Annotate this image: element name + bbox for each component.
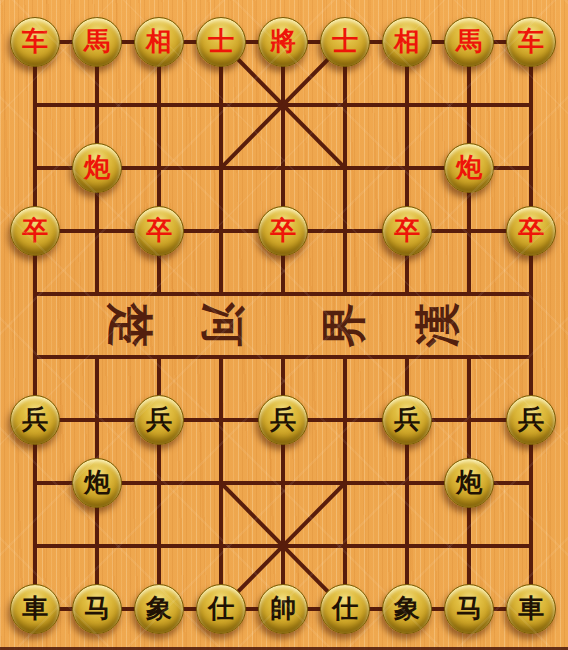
board-point: 車 [500, 578, 562, 641]
board-point: 炮 [66, 452, 128, 515]
piece-character: 马 [456, 595, 482, 621]
xiangqi-piece-black-兵[interactable]: 兵 [382, 395, 432, 445]
board-point: 車 [4, 578, 66, 641]
board-point: 卒 [4, 200, 66, 263]
piece-character: 车 [518, 28, 544, 54]
xiangqi-piece-black-兵[interactable]: 兵 [10, 395, 60, 445]
xiangqi-piece-black-車[interactable]: 車 [506, 584, 556, 634]
xiangqi-piece-red-炮[interactable]: 炮 [72, 143, 122, 193]
board-point: 相 [376, 11, 438, 74]
board-point: 兵 [4, 389, 66, 452]
xiangqi-piece-red-卒[interactable]: 卒 [506, 206, 556, 256]
board-point: 兵 [500, 389, 562, 452]
piece-character: 仕 [332, 595, 358, 621]
piece-character: 卒 [22, 217, 48, 243]
board-point: 將 [252, 11, 314, 74]
board-point: 馬 [438, 11, 500, 74]
xiangqi-piece-red-馬[interactable]: 馬 [444, 17, 494, 67]
xiangqi-piece-black-兵[interactable]: 兵 [134, 395, 184, 445]
xiangqi-piece-black-兵[interactable]: 兵 [258, 395, 308, 445]
xiangqi-piece-black-車[interactable]: 車 [10, 584, 60, 634]
board-point: 卒 [252, 200, 314, 263]
xiangqi-piece-red-车[interactable]: 车 [10, 17, 60, 67]
board-point: 馬 [66, 11, 128, 74]
board-point: 车 [500, 11, 562, 74]
xiangqi-piece-red-卒[interactable]: 卒 [258, 206, 308, 256]
board-point: 马 [438, 578, 500, 641]
xiangqi-piece-red-士[interactable]: 士 [196, 17, 246, 67]
xiangqi-piece-black-炮[interactable]: 炮 [444, 458, 494, 508]
piece-character: 炮 [456, 154, 482, 180]
board-point: 卒 [376, 200, 438, 263]
xiangqi-piece-red-相[interactable]: 相 [382, 17, 432, 67]
piece-character: 卒 [146, 217, 172, 243]
piece-character: 车 [22, 28, 48, 54]
board-point: 车 [4, 11, 66, 74]
board-point: 象 [376, 578, 438, 641]
xiangqi-piece-red-馬[interactable]: 馬 [72, 17, 122, 67]
board-point: 帥 [252, 578, 314, 641]
piece-character: 車 [518, 595, 544, 621]
piece-character: 卒 [518, 217, 544, 243]
xiangqi-piece-black-马[interactable]: 马 [72, 584, 122, 634]
piece-character: 帥 [270, 595, 296, 621]
xiangqi-piece-black-兵[interactable]: 兵 [506, 395, 556, 445]
piece-character: 象 [146, 595, 172, 621]
board-point: 士 [314, 11, 376, 74]
xiangqi-piece-red-车[interactable]: 车 [506, 17, 556, 67]
board-point: 士 [190, 11, 252, 74]
board-point: 兵 [252, 389, 314, 452]
board-point: 炮 [66, 137, 128, 200]
board-point: 象 [128, 578, 190, 641]
board-point: 兵 [128, 389, 190, 452]
xiangqi-piece-red-相[interactable]: 相 [134, 17, 184, 67]
xiangqi-piece-black-帥[interactable]: 帥 [258, 584, 308, 634]
xiangqi-piece-black-仕[interactable]: 仕 [196, 584, 246, 634]
piece-character: 炮 [84, 154, 110, 180]
xiangqi-piece-red-卒[interactable]: 卒 [134, 206, 184, 256]
piece-character: 象 [394, 595, 420, 621]
board-point: 仕 [314, 578, 376, 641]
piece-character: 卒 [270, 217, 296, 243]
piece-character: 相 [394, 28, 420, 54]
piece-character: 兵 [270, 406, 296, 432]
board-point: 仕 [190, 578, 252, 641]
piece-character: 兵 [518, 406, 544, 432]
piece-character: 士 [208, 28, 234, 54]
xiangqi-piece-red-卒[interactable]: 卒 [382, 206, 432, 256]
piece-character: 將 [270, 28, 296, 54]
piece-character: 兵 [394, 406, 420, 432]
xiangqi-piece-red-士[interactable]: 士 [320, 17, 370, 67]
piece-character: 車 [22, 595, 48, 621]
piece-character: 兵 [146, 406, 172, 432]
xiangqi-piece-black-象[interactable]: 象 [382, 584, 432, 634]
piece-character: 炮 [84, 469, 110, 495]
xiangqi-piece-red-卒[interactable]: 卒 [10, 206, 60, 256]
pieces-layer: 车馬相士將士相馬车炮炮卒卒卒卒卒兵兵兵兵兵炮炮車马象仕帥仕象马車 [4, 11, 562, 641]
board-point: 炮 [438, 452, 500, 515]
xiangqi-piece-black-象[interactable]: 象 [134, 584, 184, 634]
piece-character: 马 [84, 595, 110, 621]
piece-character: 士 [332, 28, 358, 54]
piece-character: 兵 [22, 406, 48, 432]
xiangqi-piece-red-將[interactable]: 將 [258, 17, 308, 67]
board-point: 相 [128, 11, 190, 74]
xiangqi-piece-black-仕[interactable]: 仕 [320, 584, 370, 634]
piece-character: 馬 [84, 28, 110, 54]
xiangqi-piece-black-炮[interactable]: 炮 [72, 458, 122, 508]
piece-character: 卒 [394, 217, 420, 243]
xiangqi-piece-black-马[interactable]: 马 [444, 584, 494, 634]
piece-character: 仕 [208, 595, 234, 621]
piece-character: 馬 [456, 28, 482, 54]
board-point: 卒 [500, 200, 562, 263]
xiangqi-piece-red-炮[interactable]: 炮 [444, 143, 494, 193]
piece-character: 炮 [456, 469, 482, 495]
board-point: 卒 [128, 200, 190, 263]
piece-character: 相 [146, 28, 172, 54]
board-point: 炮 [438, 137, 500, 200]
board-point: 马 [66, 578, 128, 641]
board-point: 兵 [376, 389, 438, 452]
xiangqi-board: 楚 河 界 漢 车馬相士將士相馬车炮炮卒卒卒卒卒兵兵兵兵兵炮炮車马象仕帥仕象马車 [0, 0, 568, 650]
